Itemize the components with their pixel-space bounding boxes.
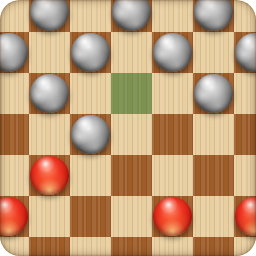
checker-piece-silver[interactable]	[71, 33, 110, 72]
board-square[interactable]	[193, 237, 234, 256]
checker-piece-silver[interactable]	[194, 0, 233, 31]
board-square[interactable]	[29, 32, 70, 73]
checker-piece-silver[interactable]	[194, 74, 233, 113]
board-square[interactable]	[152, 155, 193, 196]
checker-piece-silver[interactable]	[235, 33, 256, 72]
board-square[interactable]	[234, 237, 256, 256]
highlighted-square[interactable]	[111, 73, 152, 114]
board-square[interactable]	[70, 155, 111, 196]
board-square[interactable]	[193, 196, 234, 237]
board-square[interactable]	[234, 0, 256, 32]
board-square[interactable]	[0, 237, 29, 256]
checkers-app-icon	[0, 0, 256, 256]
board-square[interactable]	[234, 32, 256, 73]
board-square[interactable]	[234, 155, 256, 196]
checker-piece-silver[interactable]	[71, 115, 110, 154]
board-square[interactable]	[234, 196, 256, 237]
board-square[interactable]	[193, 155, 234, 196]
board-square[interactable]	[0, 196, 29, 237]
board-square[interactable]	[70, 237, 111, 256]
board-square[interactable]	[0, 0, 29, 32]
board-square[interactable]	[111, 0, 152, 32]
board-square[interactable]	[0, 32, 29, 73]
board-square[interactable]	[152, 0, 193, 32]
board-square[interactable]	[152, 196, 193, 237]
board-square[interactable]	[111, 32, 152, 73]
checker-piece-silver[interactable]	[0, 33, 28, 72]
board-square[interactable]	[70, 73, 111, 114]
board-square[interactable]	[0, 114, 29, 155]
board-square[interactable]	[29, 73, 70, 114]
board-square[interactable]	[152, 32, 193, 73]
checker-piece-silver[interactable]	[112, 0, 151, 31]
checker-piece-silver[interactable]	[153, 33, 192, 72]
screenshot-canvas	[0, 0, 256, 256]
checkers-board	[0, 0, 256, 256]
board-square[interactable]	[111, 155, 152, 196]
board-square[interactable]	[29, 196, 70, 237]
board-square[interactable]	[0, 155, 29, 196]
board-square[interactable]	[29, 0, 70, 32]
checker-piece-silver[interactable]	[30, 0, 69, 31]
board-square[interactable]	[152, 237, 193, 256]
checker-piece-red[interactable]	[30, 156, 69, 195]
checker-piece-red[interactable]	[235, 197, 256, 236]
board-square[interactable]	[111, 237, 152, 256]
board-square[interactable]	[152, 114, 193, 155]
board-square[interactable]	[70, 114, 111, 155]
board-square[interactable]	[234, 73, 256, 114]
board-square[interactable]	[193, 114, 234, 155]
checker-piece-red[interactable]	[153, 197, 192, 236]
board-square[interactable]	[193, 0, 234, 32]
board-square[interactable]	[111, 114, 152, 155]
board-square[interactable]	[193, 32, 234, 73]
board-square[interactable]	[29, 237, 70, 256]
board-square[interactable]	[29, 114, 70, 155]
board-square[interactable]	[29, 155, 70, 196]
checker-piece-red[interactable]	[0, 197, 28, 236]
board-square[interactable]	[234, 114, 256, 155]
board-square[interactable]	[0, 73, 29, 114]
board-square[interactable]	[111, 196, 152, 237]
board-square[interactable]	[193, 73, 234, 114]
board-square[interactable]	[152, 73, 193, 114]
board-square[interactable]	[70, 32, 111, 73]
board-square[interactable]	[70, 196, 111, 237]
checker-piece-silver[interactable]	[30, 74, 69, 113]
board-square[interactable]	[70, 0, 111, 32]
